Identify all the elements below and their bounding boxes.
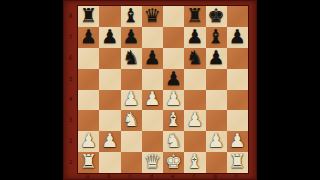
black-bishop-piece[interactable]: ♝: [123, 6, 140, 25]
letterboxed-stage: 87654321 ♜♝♛♜♚♟♟♟♟♝♟♞♟♞♟♟♟♟♟♞♝♟♟♟♞♟♟♜♛♚♝…: [0, 0, 320, 180]
square-h2[interactable]: ♟: [227, 131, 248, 152]
square-h3[interactable]: [227, 110, 248, 131]
square-d2[interactable]: [142, 131, 163, 152]
square-a4[interactable]: [78, 90, 99, 111]
white-pawn-piece[interactable]: ♟: [80, 131, 97, 150]
square-e2[interactable]: ♞: [163, 131, 184, 152]
square-d4[interactable]: ♟: [142, 90, 163, 111]
square-a7[interactable]: ♟: [78, 27, 99, 48]
square-d3[interactable]: [142, 110, 163, 131]
white-king-piece[interactable]: ♚: [165, 152, 182, 171]
rank-label-8: 8: [65, 5, 76, 26]
square-b2[interactable]: ♟: [99, 131, 120, 152]
file-label-a: a: [77, 172, 98, 180]
square-d5[interactable]: [142, 69, 163, 90]
rank-label-2: 2: [65, 130, 76, 151]
square-h6[interactable]: [227, 48, 248, 69]
board-frame: 87654321 ♜♝♛♜♚♟♟♟♟♝♟♞♟♞♟♟♟♟♟♞♝♟♟♟♞♟♟♜♛♚♝…: [63, 0, 257, 180]
black-pawn-piece[interactable]: ♟: [144, 48, 161, 67]
square-d8[interactable]: ♛: [142, 6, 163, 27]
square-h1[interactable]: ♜: [227, 152, 248, 173]
square-c7[interactable]: ♟: [121, 27, 142, 48]
square-f3[interactable]: ♟: [184, 110, 205, 131]
file-labels: abcdefgh: [77, 172, 247, 180]
square-g7[interactable]: ♝: [206, 27, 227, 48]
square-f4[interactable]: [184, 90, 205, 111]
square-b3[interactable]: [99, 110, 120, 131]
white-knight-piece[interactable]: ♞: [123, 110, 140, 129]
square-f2[interactable]: [184, 131, 205, 152]
white-queen-piece[interactable]: ♛: [144, 152, 161, 171]
square-d1[interactable]: ♛: [142, 152, 163, 173]
square-b8[interactable]: [99, 6, 120, 27]
square-a6[interactable]: [78, 48, 99, 69]
square-c3[interactable]: ♞: [121, 110, 142, 131]
square-f6[interactable]: ♞: [184, 48, 205, 69]
square-e7[interactable]: [163, 27, 184, 48]
square-d6[interactable]: ♟: [142, 48, 163, 69]
square-e8[interactable]: [163, 6, 184, 27]
square-c8[interactable]: ♝: [121, 6, 142, 27]
square-b4[interactable]: [99, 90, 120, 111]
black-pawn-piece[interactable]: ♟: [165, 69, 182, 88]
white-knight-piece[interactable]: ♞: [165, 131, 182, 150]
black-pawn-piece[interactable]: ♟: [229, 27, 246, 46]
rank-label-1: 1: [65, 151, 76, 172]
black-pawn-piece[interactable]: ♟: [186, 27, 203, 46]
white-pawn-piece[interactable]: ♟: [165, 90, 182, 109]
square-d7[interactable]: [142, 27, 163, 48]
white-rook-piece[interactable]: ♜: [229, 152, 246, 171]
square-f1[interactable]: ♝: [184, 152, 205, 173]
black-queen-piece[interactable]: ♛: [144, 6, 161, 25]
square-c5[interactable]: [121, 69, 142, 90]
square-e1[interactable]: ♚: [163, 152, 184, 173]
file-label-e: e: [162, 172, 183, 180]
white-pawn-piece[interactable]: ♟: [101, 131, 118, 150]
square-e4[interactable]: ♟: [163, 90, 184, 111]
white-rook-piece[interactable]: ♜: [80, 152, 97, 171]
black-bishop-piece[interactable]: ♝: [208, 27, 225, 46]
square-c1[interactable]: [121, 152, 142, 173]
white-pawn-piece[interactable]: ♟: [208, 131, 225, 150]
file-label-c: c: [120, 172, 141, 180]
square-g6[interactable]: ♟: [206, 48, 227, 69]
square-e3[interactable]: ♝: [163, 110, 184, 131]
rank-labels: 87654321: [65, 5, 76, 172]
file-label-b: b: [98, 172, 119, 180]
black-pawn-piece[interactable]: ♟: [80, 27, 97, 46]
black-knight-piece[interactable]: ♞: [123, 48, 140, 67]
rank-label-4: 4: [65, 89, 76, 110]
square-b5[interactable]: [99, 69, 120, 90]
square-c4[interactable]: ♟: [121, 90, 142, 111]
square-f7[interactable]: ♟: [184, 27, 205, 48]
square-h8[interactable]: [227, 6, 248, 27]
rank-label-3: 3: [65, 109, 76, 130]
black-rook-piece[interactable]: ♜: [80, 6, 97, 25]
rank-label-7: 7: [65, 26, 76, 47]
square-b1[interactable]: [99, 152, 120, 173]
rank-label-6: 6: [65, 47, 76, 68]
file-label-h: h: [226, 172, 247, 180]
white-bishop-piece[interactable]: ♝: [165, 110, 182, 129]
file-label-g: g: [205, 172, 226, 180]
square-g3[interactable]: [206, 110, 227, 131]
square-g5[interactable]: [206, 69, 227, 90]
file-label-f: f: [183, 172, 204, 180]
file-label-d: d: [141, 172, 162, 180]
square-h7[interactable]: ♟: [227, 27, 248, 48]
white-pawn-piece[interactable]: ♟: [123, 90, 140, 109]
black-pawn-piece[interactable]: ♟: [101, 27, 118, 46]
white-pawn-piece[interactable]: ♟: [229, 131, 246, 150]
chess-board: ♜♝♛♜♚♟♟♟♟♝♟♞♟♞♟♟♟♟♟♞♝♟♟♟♞♟♟♜♛♚♝♜: [77, 5, 249, 174]
black-pawn-piece[interactable]: ♟: [208, 48, 225, 67]
square-a2[interactable]: ♟: [78, 131, 99, 152]
black-pawn-piece[interactable]: ♟: [123, 27, 140, 46]
black-knight-piece[interactable]: ♞: [186, 48, 203, 67]
square-f8[interactable]: ♜: [184, 6, 205, 27]
white-pawn-piece[interactable]: ♟: [186, 110, 203, 129]
square-b7[interactable]: ♟: [99, 27, 120, 48]
square-a8[interactable]: ♜: [78, 6, 99, 27]
square-g8[interactable]: ♚: [206, 6, 227, 27]
square-a3[interactable]: [78, 110, 99, 131]
white-pawn-piece[interactable]: ♟: [144, 90, 161, 109]
black-rook-piece[interactable]: ♜: [186, 6, 203, 25]
square-g4[interactable]: [206, 90, 227, 111]
square-b6[interactable]: [99, 48, 120, 69]
rank-label-5: 5: [65, 68, 76, 89]
square-g2[interactable]: ♟: [206, 131, 227, 152]
square-h5[interactable]: [227, 69, 248, 90]
square-e6[interactable]: [163, 48, 184, 69]
square-c2[interactable]: [121, 131, 142, 152]
black-king-piece[interactable]: ♚: [208, 6, 225, 25]
square-c6[interactable]: ♞: [121, 48, 142, 69]
square-a5[interactable]: [78, 69, 99, 90]
square-a1[interactable]: ♜: [78, 152, 99, 173]
square-g1[interactable]: [206, 152, 227, 173]
square-h4[interactable]: [227, 90, 248, 111]
square-e5[interactable]: ♟: [163, 69, 184, 90]
square-f5[interactable]: [184, 69, 205, 90]
white-bishop-piece[interactable]: ♝: [186, 152, 203, 171]
